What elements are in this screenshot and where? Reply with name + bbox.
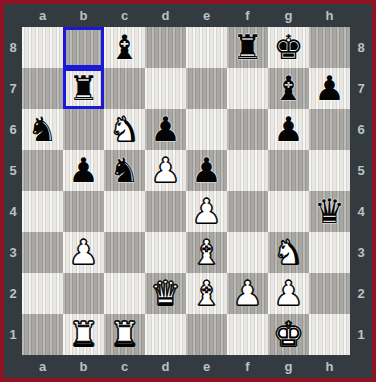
- square-h2[interactable]: [309, 273, 350, 314]
- square-c4[interactable]: [104, 191, 145, 232]
- chess-app-window: abcdefgh 87654321 ♝♜♚♜♝♟♞♞♟♟♟♞♟♟♟♛♟♝♞♛♝♟…: [0, 0, 376, 382]
- chess-board: ♝♜♚♜♝♟♞♞♟♟♟♞♟♟♟♛♟♝♞♛♝♟♟♜♜♚: [22, 27, 350, 355]
- rank-label-5-right: 5: [350, 164, 372, 177]
- file-label-b-top: b: [63, 9, 104, 22]
- square-g4[interactable]: [268, 191, 309, 232]
- rank-label-3-right: 3: [350, 246, 372, 259]
- rank-label-7-left: 7: [4, 82, 22, 95]
- piece-black-bishop-c8[interactable]: ♝: [109, 27, 139, 68]
- square-c7[interactable]: [104, 68, 145, 109]
- board-frame: abcdefgh 87654321 ♝♜♚♜♝♟♞♞♟♟♟♞♟♟♟♛♟♝♞♛♝♟…: [4, 4, 372, 378]
- square-a1[interactable]: [22, 314, 63, 355]
- square-b5[interactable]: ♟: [63, 150, 104, 191]
- square-d6[interactable]: ♟: [145, 109, 186, 150]
- rank-label-5-left: 5: [4, 164, 22, 177]
- file-label-c-top: c: [104, 9, 145, 22]
- square-c8[interactable]: ♝: [104, 27, 145, 68]
- file-label-c-bottom: c: [104, 360, 145, 373]
- square-f2[interactable]: ♟: [227, 273, 268, 314]
- square-g2[interactable]: ♟: [268, 273, 309, 314]
- square-a4[interactable]: [22, 191, 63, 232]
- piece-black-knight-a6[interactable]: ♞: [27, 109, 57, 150]
- rank-label-8-left: 8: [4, 41, 22, 54]
- square-e2[interactable]: ♝: [186, 273, 227, 314]
- square-b8[interactable]: [63, 27, 104, 68]
- file-labels-bottom: abcdefgh: [22, 355, 350, 378]
- file-label-f-top: f: [227, 9, 268, 22]
- square-d2[interactable]: ♛: [145, 273, 186, 314]
- piece-black-pawn-b5[interactable]: ♟: [68, 150, 98, 191]
- square-h8[interactable]: [309, 27, 350, 68]
- square-b3[interactable]: ♟: [63, 232, 104, 273]
- square-f4[interactable]: [227, 191, 268, 232]
- square-a2[interactable]: [22, 273, 63, 314]
- square-g1[interactable]: ♚: [268, 314, 309, 355]
- rank-label-4-left: 4: [4, 205, 22, 218]
- square-g8[interactable]: ♚: [268, 27, 309, 68]
- square-a6[interactable]: ♞: [22, 109, 63, 150]
- rank-label-2-left: 2: [4, 287, 22, 300]
- square-h4[interactable]: ♛: [309, 191, 350, 232]
- rank-label-6-right: 6: [350, 123, 372, 136]
- square-d1[interactable]: [145, 314, 186, 355]
- square-c6[interactable]: ♞: [104, 109, 145, 150]
- piece-black-rook-f8[interactable]: ♜: [232, 27, 262, 68]
- piece-white-pawn-g2[interactable]: ♟: [273, 273, 303, 314]
- square-e1[interactable]: [186, 314, 227, 355]
- square-g3[interactable]: ♞: [268, 232, 309, 273]
- square-d7[interactable]: [145, 68, 186, 109]
- square-e4[interactable]: ♟: [186, 191, 227, 232]
- square-c5[interactable]: ♞: [104, 150, 145, 191]
- square-a5[interactable]: [22, 150, 63, 191]
- file-label-e-bottom: e: [186, 360, 227, 373]
- square-h5[interactable]: [309, 150, 350, 191]
- piece-white-pawn-d5[interactable]: ♟: [150, 150, 180, 191]
- file-label-a-bottom: a: [22, 360, 63, 373]
- file-label-d-top: d: [145, 9, 186, 22]
- rank-label-3-left: 3: [4, 246, 22, 259]
- piece-black-pawn-h7[interactable]: ♟: [314, 68, 344, 109]
- square-h7[interactable]: ♟: [309, 68, 350, 109]
- piece-black-pawn-d6[interactable]: ♟: [150, 109, 180, 150]
- square-a3[interactable]: [22, 232, 63, 273]
- piece-white-pawn-f2[interactable]: ♟: [232, 273, 262, 314]
- rank-label-1-left: 1: [4, 328, 22, 341]
- piece-black-pawn-g6[interactable]: ♟: [273, 109, 303, 150]
- square-c1[interactable]: ♜: [104, 314, 145, 355]
- file-label-f-bottom: f: [227, 360, 268, 373]
- square-b2[interactable]: [63, 273, 104, 314]
- piece-white-rook-c1[interactable]: ♜: [109, 314, 139, 355]
- piece-black-rook-b7[interactable]: ♜: [68, 68, 98, 109]
- rank-label-6-left: 6: [4, 123, 22, 136]
- square-b6[interactable]: [63, 109, 104, 150]
- square-e7[interactable]: [186, 68, 227, 109]
- piece-white-pawn-e4[interactable]: ♟: [191, 191, 221, 232]
- file-label-a-top: a: [22, 9, 63, 22]
- square-b7[interactable]: ♜: [63, 68, 104, 109]
- piece-white-knight-g3[interactable]: ♞: [273, 232, 303, 273]
- square-g6[interactable]: ♟: [268, 109, 309, 150]
- piece-black-bishop-g7[interactable]: ♝: [273, 68, 303, 109]
- rank-labels-right: 87654321: [350, 27, 372, 355]
- piece-black-queen-h4[interactable]: ♛: [314, 191, 344, 232]
- square-g5[interactable]: [268, 150, 309, 191]
- square-h1[interactable]: [309, 314, 350, 355]
- piece-black-king-g8[interactable]: ♚: [273, 27, 303, 68]
- square-d3[interactable]: [145, 232, 186, 273]
- file-label-d-bottom: d: [145, 360, 186, 373]
- piece-white-bishop-e2[interactable]: ♝: [191, 273, 221, 314]
- square-g7[interactable]: ♝: [268, 68, 309, 109]
- piece-black-pawn-e5[interactable]: ♟: [191, 150, 221, 191]
- square-e6[interactable]: [186, 109, 227, 150]
- square-f3[interactable]: [227, 232, 268, 273]
- file-label-g-bottom: g: [268, 360, 309, 373]
- rank-labels-left: 87654321: [4, 27, 22, 355]
- square-h3[interactable]: [309, 232, 350, 273]
- file-label-b-bottom: b: [63, 360, 104, 373]
- rank-label-1-right: 1: [350, 328, 372, 341]
- piece-white-king-g1[interactable]: ♚: [273, 314, 303, 355]
- square-f7[interactable]: [227, 68, 268, 109]
- square-f1[interactable]: [227, 314, 268, 355]
- file-label-h-bottom: h: [309, 360, 350, 373]
- file-label-e-top: e: [186, 9, 227, 22]
- square-d8[interactable]: [145, 27, 186, 68]
- square-f5[interactable]: [227, 150, 268, 191]
- square-e5[interactable]: ♟: [186, 150, 227, 191]
- rank-label-2-right: 2: [350, 287, 372, 300]
- rank-label-4-right: 4: [350, 205, 372, 218]
- piece-white-rook-b1[interactable]: ♜: [68, 314, 98, 355]
- square-f8[interactable]: ♜: [227, 27, 268, 68]
- square-a7[interactable]: [22, 68, 63, 109]
- piece-white-knight-c6[interactable]: ♞: [109, 109, 139, 150]
- square-d4[interactable]: [145, 191, 186, 232]
- square-b4[interactable]: [63, 191, 104, 232]
- rank-label-8-right: 8: [350, 41, 372, 54]
- square-a8[interactable]: [22, 27, 63, 68]
- square-h6[interactable]: [309, 109, 350, 150]
- piece-white-bishop-e3[interactable]: ♝: [191, 232, 221, 273]
- square-c2[interactable]: [104, 273, 145, 314]
- square-e8[interactable]: [186, 27, 227, 68]
- square-c3[interactable]: [104, 232, 145, 273]
- square-e3[interactable]: ♝: [186, 232, 227, 273]
- file-label-h-top: h: [309, 9, 350, 22]
- file-labels-top: abcdefgh: [22, 4, 350, 27]
- square-b1[interactable]: ♜: [63, 314, 104, 355]
- piece-white-queen-d2[interactable]: ♛: [150, 273, 180, 314]
- piece-black-knight-c5[interactable]: ♞: [109, 150, 139, 191]
- rank-label-7-right: 7: [350, 82, 372, 95]
- square-d5[interactable]: ♟: [145, 150, 186, 191]
- file-label-g-top: g: [268, 9, 309, 22]
- piece-white-pawn-b3[interactable]: ♟: [68, 232, 98, 273]
- square-f6[interactable]: [227, 109, 268, 150]
